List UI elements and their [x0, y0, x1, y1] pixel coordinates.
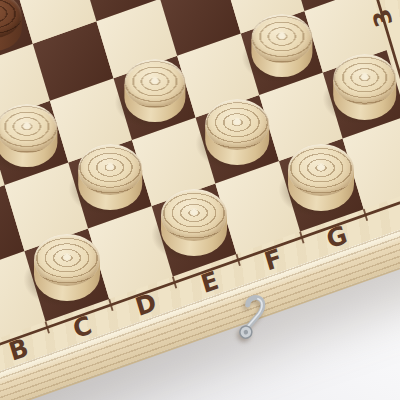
- piece-top: [124, 59, 185, 108]
- checker-light-g1[interactable]: [288, 144, 354, 212]
- checker-light-h2[interactable]: [333, 54, 397, 120]
- checker-light-c1[interactable]: [34, 234, 100, 302]
- photo-scene: BCDEFG 3: [0, 0, 400, 400]
- piece-top: [34, 234, 100, 287]
- checker-light-f2[interactable]: [205, 99, 269, 165]
- checker-light-d2[interactable]: [78, 144, 142, 210]
- piece-top: [161, 189, 227, 242]
- checker-light-e1[interactable]: [161, 189, 227, 257]
- metal-hook-clasp: [230, 290, 288, 344]
- checker-light-c3[interactable]: [0, 104, 58, 167]
- piece-top: [288, 144, 354, 197]
- piece-top: [205, 99, 269, 150]
- piece-top: [78, 144, 142, 195]
- checker-dark-c5[interactable]: [0, 0, 21, 51]
- checker-light-g3[interactable]: [251, 14, 312, 77]
- piece-top: [333, 54, 397, 105]
- checker-light-e3[interactable]: [124, 59, 185, 122]
- piece-top: [251, 14, 312, 63]
